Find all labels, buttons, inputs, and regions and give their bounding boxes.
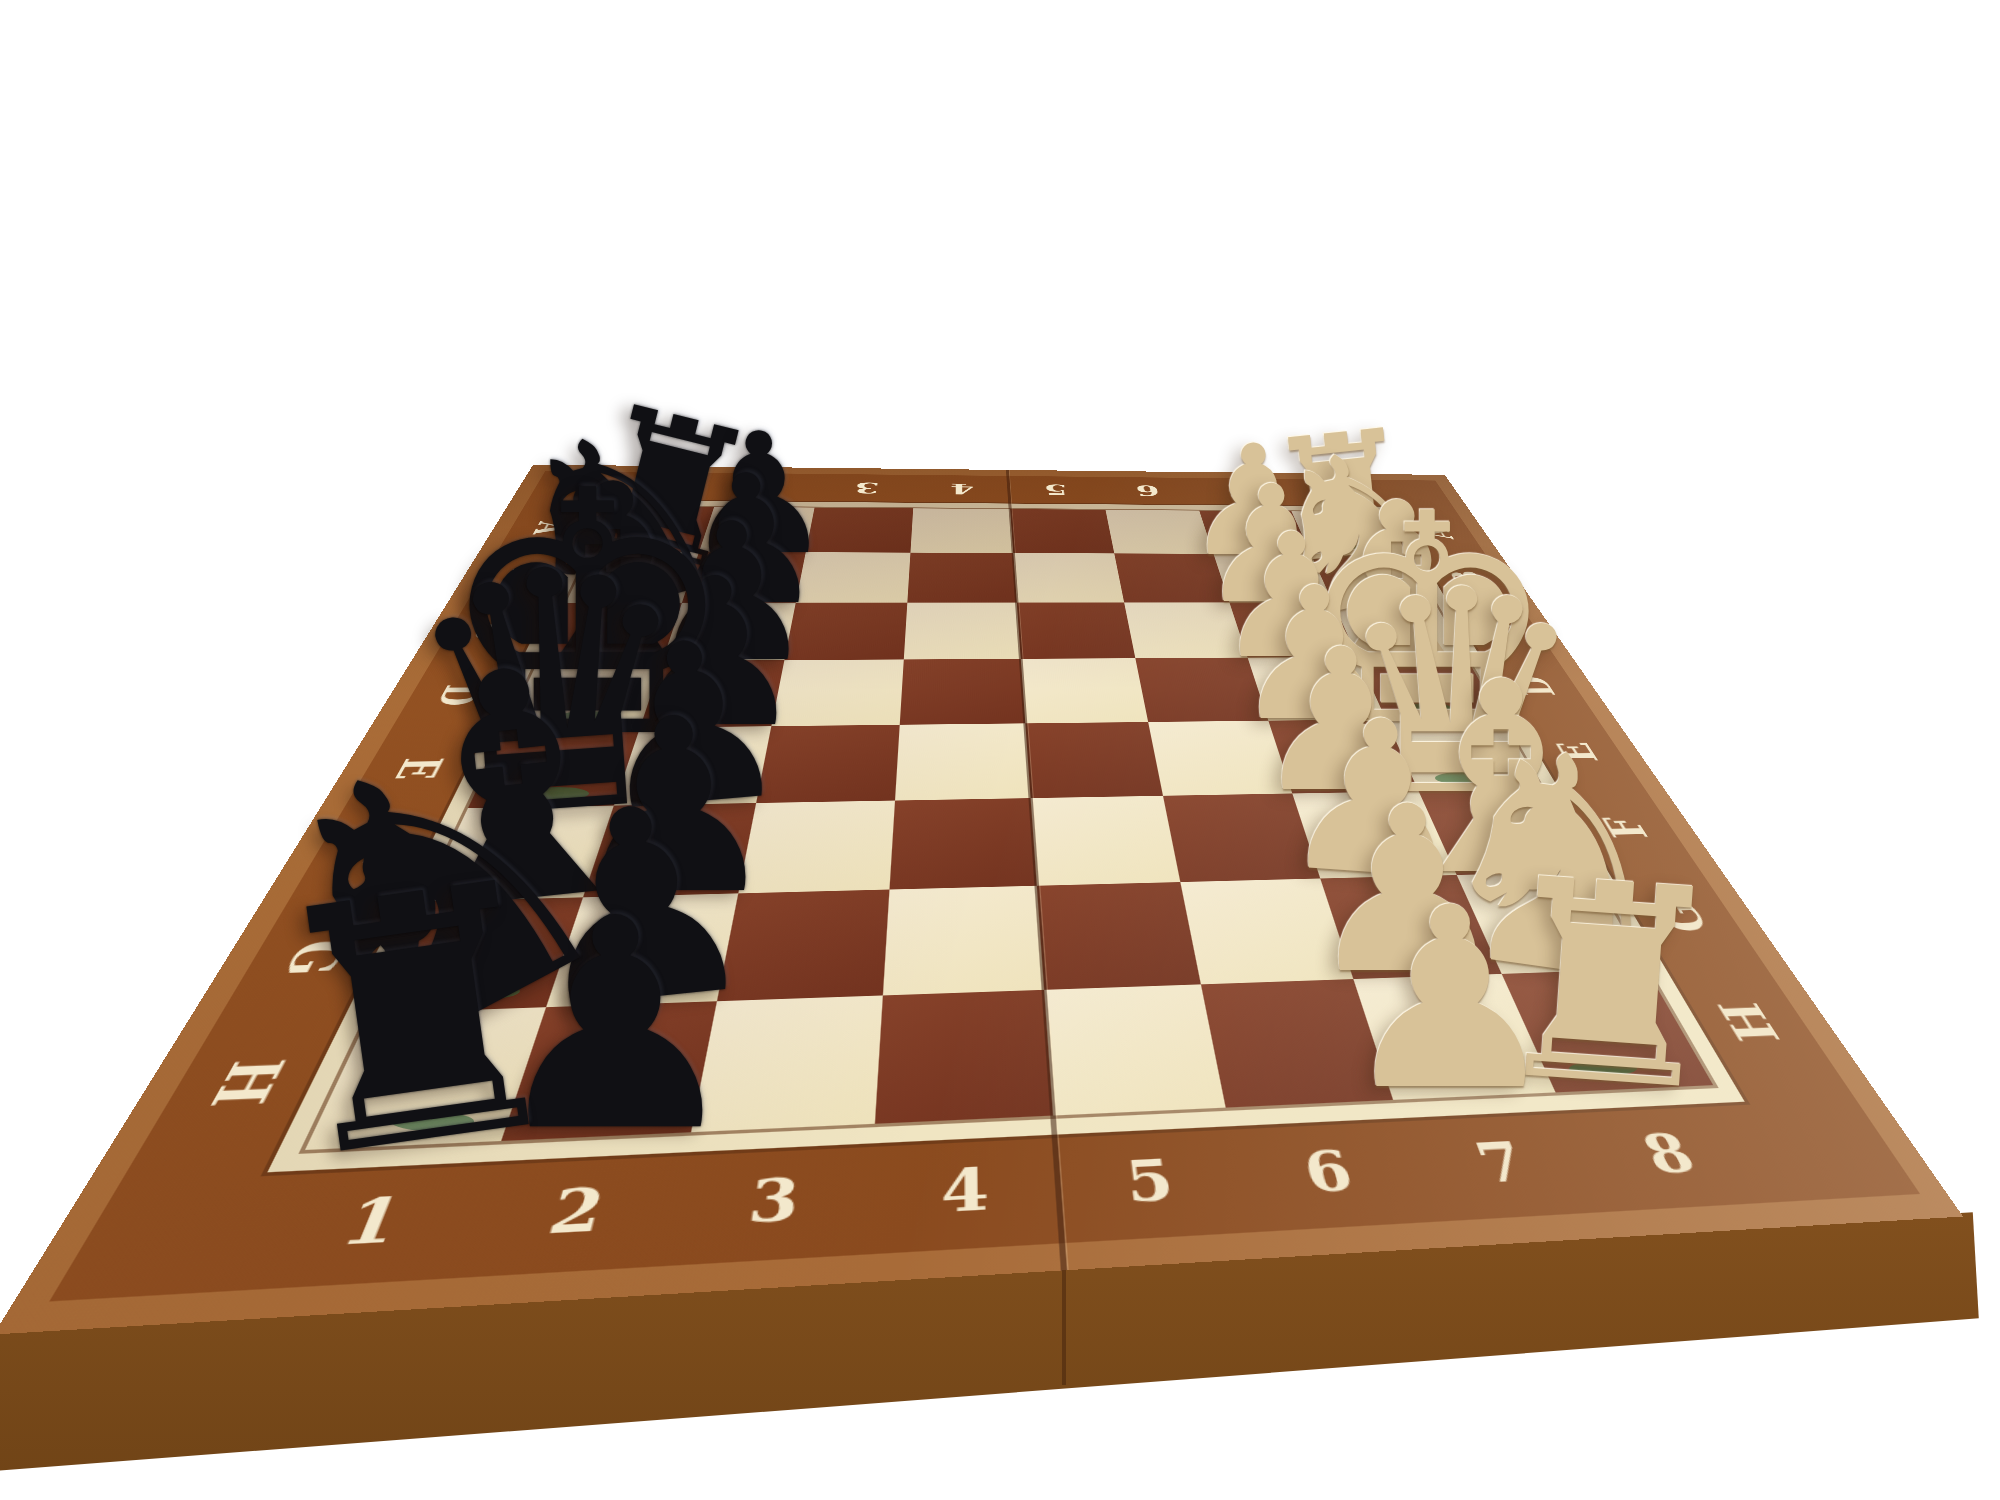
rank-label-front-6: 6 <box>1299 1144 1359 1201</box>
square-h5[interactable] <box>1044 984 1226 1115</box>
square-c5[interactable] <box>1017 602 1136 658</box>
square-b5[interactable] <box>1013 553 1124 603</box>
square-f5[interactable] <box>1031 796 1181 886</box>
square-e4[interactable] <box>895 723 1031 800</box>
rank-label-front-4: 4 <box>941 1161 990 1221</box>
square-d5[interactable] <box>1021 658 1148 723</box>
rank-label-front-3: 3 <box>745 1171 802 1232</box>
square-g5[interactable] <box>1037 882 1201 990</box>
square-h4[interactable] <box>875 990 1053 1124</box>
square-c4[interactable] <box>904 603 1021 660</box>
square-a5[interactable] <box>1010 509 1114 553</box>
rank-label-front-5: 5 <box>1123 1152 1177 1210</box>
square-e5[interactable] <box>1025 722 1163 798</box>
rank-label-back-3: 3 <box>853 480 879 495</box>
fold-seam-front <box>1062 1270 1066 1385</box>
photo-stage: 1122334455667788AABBCCDDEEFFGGHHm ♜♞♝♚♛♝… <box>0 0 2000 1500</box>
rank-label-back-4: 4 <box>950 481 974 496</box>
square-a4[interactable] <box>910 508 1013 553</box>
square-f4[interactable] <box>889 798 1036 889</box>
square-d4[interactable] <box>900 659 1026 725</box>
square-g4[interactable] <box>883 886 1044 996</box>
square-b4[interactable] <box>907 553 1016 603</box>
white-pawn-h7[interactable]: ♟ <box>1325 875 1575 1125</box>
rank-label-back-5: 5 <box>1043 482 1069 497</box>
black-rook-h1[interactable]: ♜ <box>228 831 609 1212</box>
rank-label-back-6: 6 <box>1134 483 1161 497</box>
